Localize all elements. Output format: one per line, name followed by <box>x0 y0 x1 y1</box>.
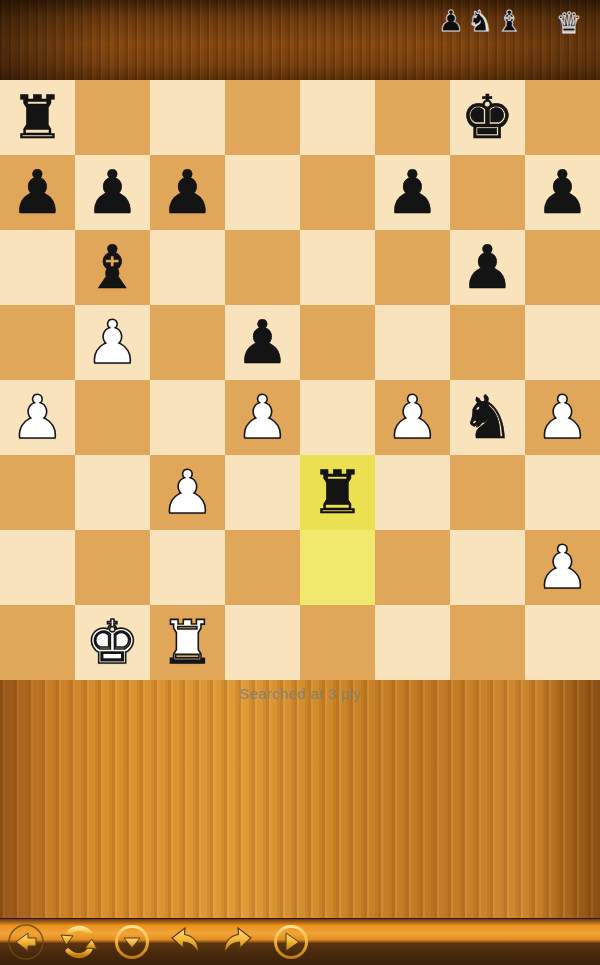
square-b5[interactable]: ♟ <box>75 305 150 380</box>
square-f6[interactable] <box>375 230 450 305</box>
piece-black-r[interactable]: ♜ <box>311 455 365 530</box>
piece-black-p[interactable]: ♟ <box>461 230 515 305</box>
square-d3[interactable] <box>225 455 300 530</box>
square-a3[interactable] <box>0 455 75 530</box>
square-b8[interactable] <box>75 80 150 155</box>
piece-white-p[interactable]: ♟ <box>386 380 440 455</box>
captured-black-bishop: ♝ <box>496 4 522 38</box>
square-a8[interactable]: ♜ <box>0 80 75 155</box>
piece-black-p[interactable]: ♟ <box>86 155 140 230</box>
collapse-button[interactable] <box>112 922 152 962</box>
square-h2[interactable]: ♟ <box>525 530 600 605</box>
square-e4[interactable] <box>300 380 375 455</box>
square-a1[interactable] <box>0 605 75 680</box>
square-h1[interactable] <box>525 605 600 680</box>
captured-black-knight: ♞ <box>467 4 493 38</box>
piece-black-p[interactable]: ♟ <box>536 155 590 230</box>
chess-board: ♜♚♟♟♟♟♟♝♟♟♟♟♟♟♞♟♟♜♟♚♜ <box>0 80 600 680</box>
piece-white-p[interactable]: ♟ <box>11 380 65 455</box>
square-a7[interactable]: ♟ <box>0 155 75 230</box>
square-b2[interactable] <box>75 530 150 605</box>
square-b3[interactable] <box>75 455 150 530</box>
square-e5[interactable] <box>300 305 375 380</box>
chevron-down-circle-icon <box>112 922 152 962</box>
piece-white-p[interactable]: ♟ <box>536 380 590 455</box>
back-arrow-circle-icon <box>6 922 46 962</box>
redo-arrow-icon <box>218 922 258 962</box>
square-a2[interactable] <box>0 530 75 605</box>
square-g1[interactable] <box>450 605 525 680</box>
square-a6[interactable] <box>0 230 75 305</box>
square-e7[interactable] <box>300 155 375 230</box>
square-b7[interactable]: ♟ <box>75 155 150 230</box>
piece-white-p[interactable]: ♟ <box>536 530 590 605</box>
square-c5[interactable] <box>150 305 225 380</box>
square-c1[interactable]: ♜ <box>150 605 225 680</box>
square-e2[interactable] <box>300 530 375 605</box>
play-button[interactable] <box>271 922 311 962</box>
captured-black-pawn: ♟ <box>438 4 464 38</box>
square-e8[interactable] <box>300 80 375 155</box>
captured-queen-slot: ♛ <box>556 6 582 40</box>
square-f3[interactable] <box>375 455 450 530</box>
square-g6[interactable]: ♟ <box>450 230 525 305</box>
square-f7[interactable]: ♟ <box>375 155 450 230</box>
square-c3[interactable]: ♟ <box>150 455 225 530</box>
square-f5[interactable] <box>375 305 450 380</box>
undo-arrow-icon <box>165 922 205 962</box>
undo-move-button[interactable] <box>165 922 205 962</box>
square-c8[interactable] <box>150 80 225 155</box>
square-d8[interactable] <box>225 80 300 155</box>
square-d7[interactable] <box>225 155 300 230</box>
engine-status-text: Searched at 3 ply <box>0 685 600 702</box>
play-circle-icon <box>271 922 311 962</box>
square-b6[interactable]: ♝ <box>75 230 150 305</box>
square-g4[interactable]: ♞ <box>450 380 525 455</box>
square-f8[interactable] <box>375 80 450 155</box>
square-h4[interactable]: ♟ <box>525 380 600 455</box>
square-h7[interactable]: ♟ <box>525 155 600 230</box>
piece-black-p[interactable]: ♟ <box>236 305 290 380</box>
square-a5[interactable] <box>0 305 75 380</box>
piece-black-r[interactable]: ♜ <box>11 80 65 155</box>
redo-move-button[interactable] <box>218 922 258 962</box>
square-g7[interactable] <box>450 155 525 230</box>
square-h6[interactable] <box>525 230 600 305</box>
square-c7[interactable]: ♟ <box>150 155 225 230</box>
square-g2[interactable] <box>450 530 525 605</box>
piece-black-b[interactable]: ♝ <box>86 230 140 305</box>
square-b4[interactable] <box>75 380 150 455</box>
square-h5[interactable] <box>525 305 600 380</box>
square-f1[interactable] <box>375 605 450 680</box>
piece-white-r[interactable]: ♜ <box>161 605 215 680</box>
square-e1[interactable] <box>300 605 375 680</box>
square-c6[interactable] <box>150 230 225 305</box>
square-d4[interactable]: ♟ <box>225 380 300 455</box>
piece-black-p[interactable]: ♟ <box>161 155 215 230</box>
square-d1[interactable] <box>225 605 300 680</box>
piece-black-p[interactable]: ♟ <box>11 155 65 230</box>
square-b1[interactable]: ♚ <box>75 605 150 680</box>
piece-black-n[interactable]: ♞ <box>461 380 515 455</box>
square-f2[interactable] <box>375 530 450 605</box>
square-g3[interactable] <box>450 455 525 530</box>
flip-board-button[interactable] <box>59 922 99 962</box>
square-d6[interactable] <box>225 230 300 305</box>
square-d5[interactable]: ♟ <box>225 305 300 380</box>
square-c4[interactable] <box>150 380 225 455</box>
captured-pieces-group: ♟♞♝ <box>438 4 522 38</box>
square-e3[interactable]: ♜ <box>300 455 375 530</box>
square-h8[interactable] <box>525 80 600 155</box>
bottom-toolbar <box>0 918 600 965</box>
square-e6[interactable] <box>300 230 375 305</box>
back-button[interactable] <box>6 922 46 962</box>
square-g5[interactable] <box>450 305 525 380</box>
piece-white-p[interactable]: ♟ <box>236 380 290 455</box>
piece-white-k[interactable]: ♚ <box>86 605 140 680</box>
square-h3[interactable] <box>525 455 600 530</box>
flip-board-icon <box>59 922 99 962</box>
piece-black-p[interactable]: ♟ <box>386 155 440 230</box>
piece-white-p[interactable]: ♟ <box>86 305 140 380</box>
piece-white-p[interactable]: ♟ <box>161 455 215 530</box>
square-d2[interactable] <box>225 530 300 605</box>
square-g8[interactable]: ♚ <box>450 80 525 155</box>
square-a4[interactable]: ♟ <box>0 380 75 455</box>
piece-black-k[interactable]: ♚ <box>461 80 515 155</box>
chess-app: ♟♞♝ ♛ ♜♚♟♟♟♟♟♝♟♟♟♟♟♟♞♟♟♜♟♚♜ Searched at … <box>0 0 600 965</box>
captured-tray-bar: ♟♞♝ ♛ <box>0 0 600 80</box>
captured-black-queen: ♛ <box>556 6 582 40</box>
square-c2[interactable] <box>150 530 225 605</box>
square-f4[interactable]: ♟ <box>375 380 450 455</box>
